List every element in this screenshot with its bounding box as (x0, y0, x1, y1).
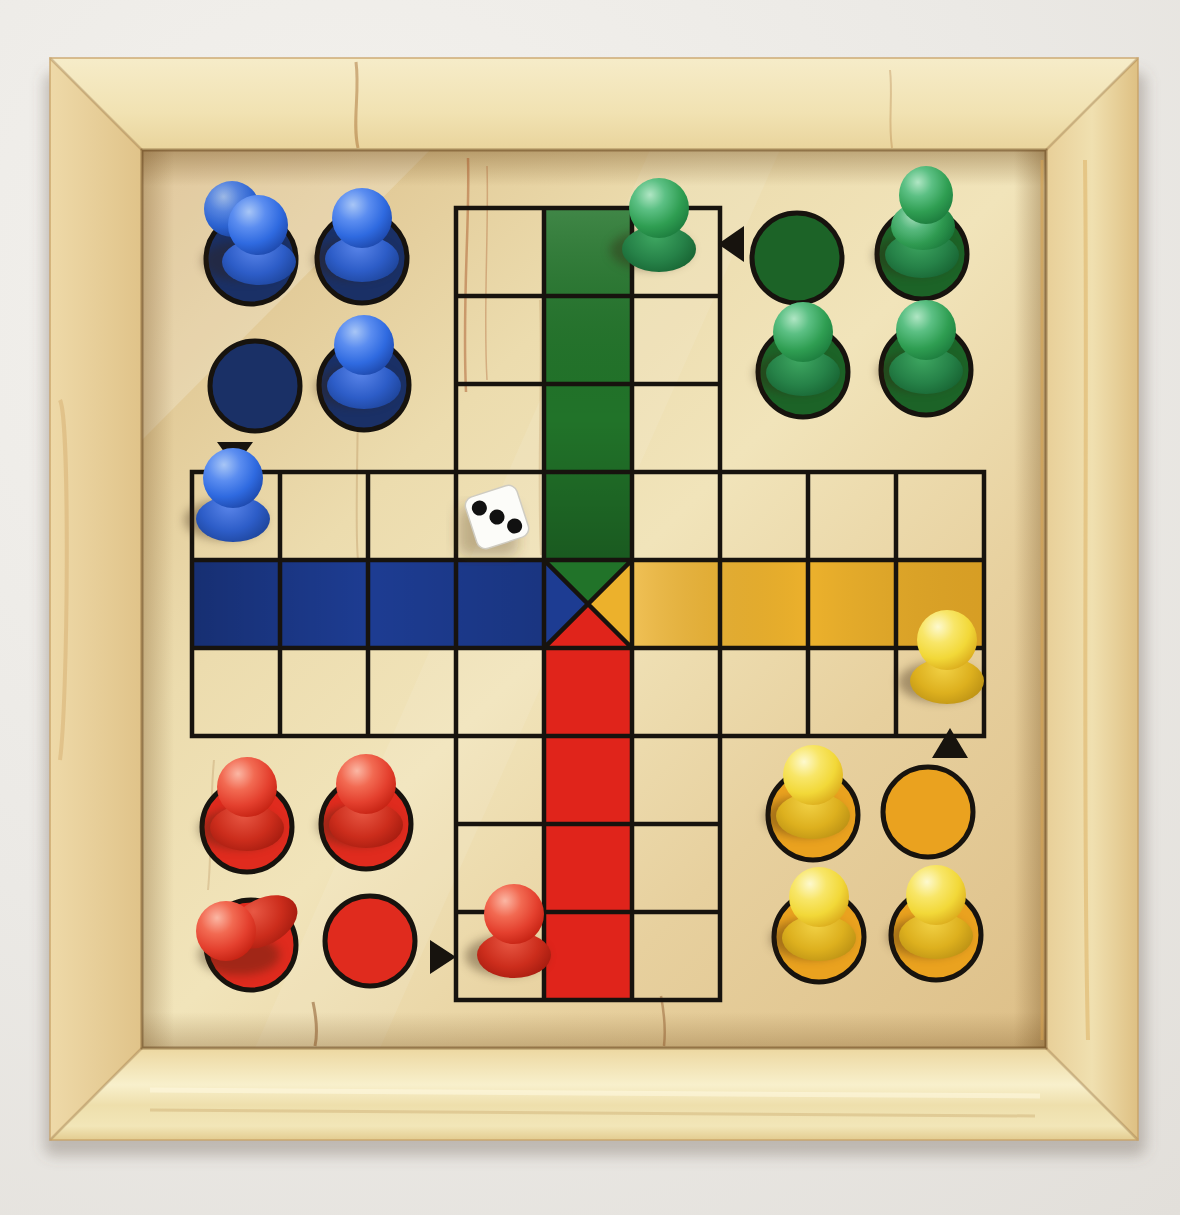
red-home-peg-2[interactable] (327, 750, 405, 850)
board-art (0, 0, 1180, 1215)
blue-peg-head (334, 315, 394, 375)
green-peg-head (773, 302, 833, 362)
yellow-peg-head (783, 745, 843, 805)
surface-shadow-bottom (142, 1012, 1046, 1048)
yellow-home-peg-1[interactable] (774, 741, 852, 841)
yellow-home-peg-4[interactable] (897, 861, 975, 961)
red-peg-head (196, 901, 256, 961)
red-home-peg-3[interactable] (212, 871, 290, 971)
green-home-peg-3[interactable] (764, 298, 842, 398)
frame-top-face (50, 58, 1138, 150)
green-home-peg-2[interactable] (883, 180, 961, 280)
yellow-peg-head (917, 610, 977, 670)
blue-home-peg-1[interactable] (212, 185, 290, 285)
blue-home-peg-4[interactable] (325, 311, 403, 411)
blue-peg-head (228, 195, 288, 255)
frame-left-face (50, 58, 142, 1140)
blue-track-peg[interactable] (194, 444, 272, 544)
blue-home-circle-3 (210, 341, 300, 431)
yellow-peg-head (789, 867, 849, 927)
blue-peg-head (332, 188, 392, 248)
frame-right-face (1046, 58, 1138, 1140)
yellow-home-circle-2 (883, 767, 973, 857)
green-track-peg[interactable] (620, 174, 698, 274)
red-track-peg[interactable] (475, 880, 553, 980)
red-home-circle-4 (325, 896, 415, 986)
green-peg-head (629, 178, 689, 238)
red-peg-head (336, 754, 396, 814)
blue-home-peg-2[interactable] (323, 184, 401, 284)
red-home-peg-1[interactable] (208, 753, 286, 853)
green-peg-head (899, 166, 953, 224)
yellow-track-peg[interactable] (908, 606, 986, 706)
green-home-circle-1 (752, 213, 842, 303)
red-peg-head (484, 884, 544, 944)
blue-peg-head (203, 448, 263, 508)
red-peg-head (217, 757, 277, 817)
green-peg-head (896, 300, 956, 360)
yellow-peg-head (906, 865, 966, 925)
yellow-home-peg-3[interactable] (780, 863, 858, 963)
scene (0, 0, 1180, 1215)
green-home-peg-4[interactable] (887, 296, 965, 396)
surface-shadow-left (142, 150, 174, 1048)
